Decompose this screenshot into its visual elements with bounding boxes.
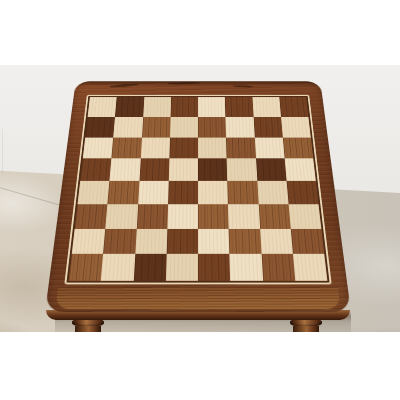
square-g7 xyxy=(253,117,282,137)
square-f7 xyxy=(226,117,255,137)
square-c5 xyxy=(139,159,169,181)
square-e6 xyxy=(198,137,227,158)
square-e8 xyxy=(198,97,226,117)
square-d2 xyxy=(166,228,198,254)
square-h6 xyxy=(283,137,314,158)
square-c2 xyxy=(135,228,167,254)
square-a2 xyxy=(72,228,106,254)
square-f6 xyxy=(226,137,255,158)
square-g4 xyxy=(257,181,288,204)
photo-scene xyxy=(0,65,400,332)
table-top xyxy=(45,81,351,312)
square-b3 xyxy=(105,204,137,228)
square-h1 xyxy=(293,254,328,281)
square-a3 xyxy=(75,204,108,228)
square-b5 xyxy=(110,159,141,181)
square-e7 xyxy=(198,117,226,137)
wood-grain-streak xyxy=(167,82,201,85)
square-d3 xyxy=(167,204,198,228)
wood-grain-streak xyxy=(233,85,254,88)
square-c1 xyxy=(133,254,166,281)
square-h3 xyxy=(288,204,321,228)
square-e4 xyxy=(198,181,228,204)
square-a8 xyxy=(88,97,117,117)
wall-corner-line xyxy=(2,129,3,173)
wood-grain-streak xyxy=(110,83,139,88)
square-b2 xyxy=(103,228,136,254)
square-g2 xyxy=(260,228,293,254)
square-f2 xyxy=(229,228,261,254)
square-d5 xyxy=(169,159,198,181)
square-b4 xyxy=(108,181,139,204)
square-h8 xyxy=(279,97,308,117)
square-h5 xyxy=(284,159,315,181)
square-a1 xyxy=(69,254,104,281)
square-d4 xyxy=(168,181,198,204)
square-c7 xyxy=(142,117,171,137)
square-g5 xyxy=(256,159,287,181)
square-a7 xyxy=(85,117,115,137)
chessboard xyxy=(69,97,328,281)
square-b7 xyxy=(113,117,142,137)
leg-shaft xyxy=(75,326,101,332)
square-g8 xyxy=(252,97,281,117)
square-a5 xyxy=(80,159,111,181)
square-f8 xyxy=(225,97,253,117)
table-front-band xyxy=(55,287,340,309)
square-b1 xyxy=(101,254,135,281)
square-e2 xyxy=(198,228,230,254)
square-a6 xyxy=(83,137,114,158)
square-f1 xyxy=(230,254,263,281)
square-b6 xyxy=(112,137,142,158)
board-inlay-border xyxy=(64,95,331,285)
square-c6 xyxy=(140,137,169,158)
square-c3 xyxy=(136,204,168,228)
square-e1 xyxy=(198,254,230,281)
square-d1 xyxy=(166,254,198,281)
square-d6 xyxy=(169,137,198,158)
square-h2 xyxy=(291,228,325,254)
square-g3 xyxy=(258,204,290,228)
leg-shaft xyxy=(293,326,319,332)
square-a4 xyxy=(77,181,109,204)
square-g1 xyxy=(261,254,295,281)
square-c8 xyxy=(143,97,171,117)
square-c4 xyxy=(138,181,169,204)
square-e3 xyxy=(198,204,229,228)
square-d8 xyxy=(170,97,198,117)
square-g6 xyxy=(254,137,284,158)
square-e5 xyxy=(198,159,227,181)
square-f3 xyxy=(228,204,260,228)
square-f4 xyxy=(227,181,258,204)
square-h7 xyxy=(281,117,311,137)
square-b8 xyxy=(115,97,144,117)
square-h4 xyxy=(286,181,318,204)
square-d7 xyxy=(170,117,198,137)
square-f5 xyxy=(227,159,257,181)
